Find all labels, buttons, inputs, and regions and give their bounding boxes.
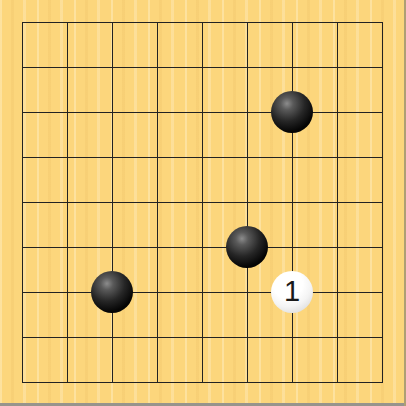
board-cell xyxy=(337,157,382,202)
board-cell xyxy=(67,337,112,382)
board-cell xyxy=(337,112,382,157)
board-cell xyxy=(292,292,337,337)
board-cell xyxy=(112,247,157,292)
board-cell xyxy=(112,202,157,247)
board-cell xyxy=(67,202,112,247)
board-cell xyxy=(202,292,247,337)
board-cell xyxy=(22,247,67,292)
board-grid xyxy=(22,22,383,383)
board-cell xyxy=(22,67,67,112)
board-cell xyxy=(247,292,292,337)
board-cell xyxy=(247,247,292,292)
board-cell xyxy=(157,292,202,337)
board-cell xyxy=(292,337,337,382)
board-cell xyxy=(67,292,112,337)
board-cell xyxy=(112,292,157,337)
board-cell xyxy=(247,157,292,202)
board-cell xyxy=(157,337,202,382)
board-cell xyxy=(157,247,202,292)
board-cell xyxy=(112,112,157,157)
board-cell xyxy=(337,22,382,67)
board-cell xyxy=(22,157,67,202)
board-cell xyxy=(22,337,67,382)
board-cell xyxy=(112,22,157,67)
board-cell xyxy=(112,337,157,382)
board-cell xyxy=(67,247,112,292)
board-cell xyxy=(292,67,337,112)
board-cell xyxy=(202,67,247,112)
board-cell xyxy=(337,247,382,292)
board-cell xyxy=(67,157,112,202)
board-cell xyxy=(247,22,292,67)
board-cell xyxy=(22,292,67,337)
board-cell xyxy=(157,202,202,247)
board-cell xyxy=(112,157,157,202)
board-cell xyxy=(202,112,247,157)
go-board[interactable]: 1 xyxy=(0,0,406,406)
board-cell xyxy=(202,247,247,292)
board-cell xyxy=(157,67,202,112)
board-cell xyxy=(202,337,247,382)
board-cell xyxy=(292,247,337,292)
board-cell xyxy=(67,22,112,67)
board-cell xyxy=(22,202,67,247)
board-cell xyxy=(337,337,382,382)
board-cell xyxy=(292,157,337,202)
board-cell xyxy=(157,112,202,157)
board-cell xyxy=(292,202,337,247)
board-cell xyxy=(22,112,67,157)
board-cell xyxy=(112,67,157,112)
board-cell xyxy=(247,112,292,157)
board-cell xyxy=(337,202,382,247)
board-cell xyxy=(247,202,292,247)
board-cell xyxy=(202,22,247,67)
board-cell xyxy=(292,22,337,67)
board-cell xyxy=(22,22,67,67)
board-cell xyxy=(292,112,337,157)
board-cell xyxy=(67,67,112,112)
board-cell xyxy=(202,202,247,247)
board-cell xyxy=(157,22,202,67)
board-cell xyxy=(247,67,292,112)
board-cell xyxy=(247,337,292,382)
board-cell xyxy=(157,157,202,202)
board-cell xyxy=(67,112,112,157)
board-cell xyxy=(202,157,247,202)
board-cell xyxy=(337,292,382,337)
board-cell xyxy=(337,67,382,112)
